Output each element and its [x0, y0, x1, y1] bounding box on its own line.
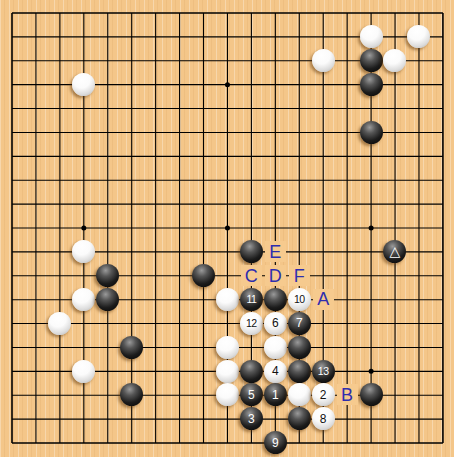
white-stone [312, 49, 335, 72]
black-stone: 3 [240, 407, 263, 430]
white-stone [72, 288, 95, 311]
black-stone [360, 383, 383, 406]
black-stone: 7 [288, 312, 311, 335]
black-stone [264, 288, 287, 311]
black-stone [240, 360, 263, 383]
white-stone [216, 336, 239, 359]
black-stone: △ [383, 240, 406, 263]
white-stone [216, 383, 239, 406]
point-label-C: C [241, 265, 262, 286]
move-number: 11 [246, 294, 256, 305]
move-number: 2 [320, 389, 327, 401]
move-number: 6 [272, 317, 279, 329]
move-number: 4 [272, 365, 279, 377]
black-stone [288, 336, 311, 359]
white-stone [48, 312, 71, 335]
black-stone [288, 407, 311, 430]
white-stone: 2 [312, 383, 335, 406]
white-stone [72, 73, 95, 96]
black-stone [96, 264, 119, 287]
white-stone [216, 288, 239, 311]
white-stone: 12 [240, 312, 263, 335]
black-stone [192, 264, 215, 287]
move-number: 3 [248, 413, 255, 425]
white-stone [288, 383, 311, 406]
black-stone [288, 360, 311, 383]
black-stone [360, 73, 383, 96]
triangle-mark-icon: △ [390, 244, 401, 258]
white-stone: 6 [264, 312, 287, 335]
move-number: 9 [272, 437, 279, 449]
black-stone [120, 383, 143, 406]
move-number: 1 [272, 389, 279, 401]
black-stone [360, 49, 383, 72]
black-stone: 9 [264, 431, 287, 454]
move-number: 13 [318, 366, 329, 377]
move-number: 10 [294, 294, 305, 305]
point-label-F: F [289, 265, 310, 286]
white-stone [264, 336, 287, 359]
move-number: 12 [246, 318, 257, 329]
move-number: 7 [296, 317, 303, 329]
point-label-E: E [265, 241, 286, 262]
black-stone: 5 [240, 383, 263, 406]
point-label-B: B [337, 384, 358, 405]
black-stone [96, 288, 119, 311]
black-stone: 11 [240, 288, 263, 311]
black-stone [240, 240, 263, 263]
black-stone [120, 336, 143, 359]
black-stone: 13 [312, 360, 335, 383]
point-label-A: A [313, 289, 334, 310]
white-stone [72, 360, 95, 383]
white-stone: 8 [312, 407, 335, 430]
white-stone [383, 49, 406, 72]
stones-layer: △11101267413512389ABCDEF [0, 1, 454, 455]
black-stone: 1 [264, 383, 287, 406]
white-stone [407, 25, 430, 48]
white-stone [216, 360, 239, 383]
go-board[interactable]: △11101267413512389ABCDEF [0, 0, 454, 457]
black-stone [360, 121, 383, 144]
move-number: 5 [248, 389, 255, 401]
point-label-D: D [265, 265, 286, 286]
move-number: 8 [320, 413, 327, 425]
white-stone: 10 [288, 288, 311, 311]
white-stone [360, 25, 383, 48]
white-stone: 4 [264, 360, 287, 383]
white-stone [72, 240, 95, 263]
